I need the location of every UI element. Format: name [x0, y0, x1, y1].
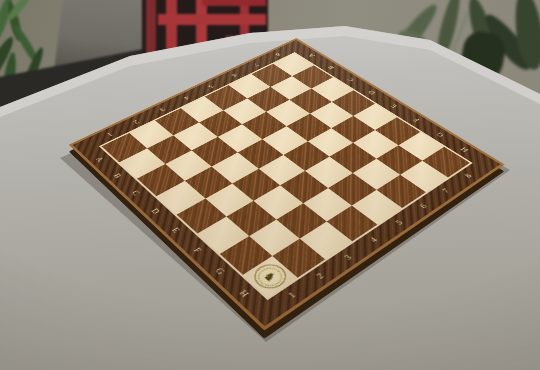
- square-c2: [165, 150, 211, 181]
- square-e1: [176, 198, 226, 233]
- square-g6: [353, 159, 401, 190]
- square-h5: [352, 190, 402, 224]
- rank-labels-right: 87654321: [270, 164, 486, 312]
- square-g3: [276, 203, 326, 239]
- square-e2: [205, 183, 254, 217]
- square-g2: [249, 219, 301, 256]
- square-c1: [137, 164, 184, 196]
- square-f4: [280, 171, 328, 203]
- file-labels-near: ABCDEFGH: [84, 148, 265, 310]
- square-h2: [272, 239, 325, 278]
- square-h1: ♞: [243, 256, 297, 297]
- square-d1: [156, 181, 205, 214]
- square-h6: [377, 175, 426, 208]
- square-g5: [328, 173, 377, 206]
- square-h3: [300, 222, 352, 259]
- square-h7: [400, 161, 448, 193]
- square-g4: [303, 188, 352, 222]
- square-f1: [198, 217, 249, 254]
- playing-field-border: ♞: [99, 52, 473, 300]
- square-d2: [185, 166, 233, 198]
- maker-medallion: ♞: [248, 260, 292, 293]
- square-f5: [305, 157, 352, 188]
- square-d3: [212, 152, 259, 183]
- square-f3: [254, 185, 303, 219]
- chessboard: ABCDEFGH ABCDEFGH 87654321 87654321 ♞: [69, 38, 505, 331]
- board-3d-scene: ABCDEFGH ABCDEFGH 87654321 87654321 ♞: [0, 0, 540, 370]
- knight-icon: ♞: [261, 269, 280, 283]
- square-g1: [220, 236, 273, 275]
- medallion-text-ring: [254, 264, 287, 289]
- chessboard-grid: ♞: [102, 53, 470, 297]
- board-face: ABCDEFGH ABCDEFGH 87654321 87654321 ♞: [69, 38, 505, 331]
- square-h4: [327, 206, 378, 242]
- square-f2: [226, 201, 276, 236]
- square-e3: [232, 169, 280, 201]
- square-e4: [258, 155, 305, 186]
- chessboard-product-photo: ABCDEFGH ABCDEFGH 87654321 87654321 ♞: [0, 0, 540, 370]
